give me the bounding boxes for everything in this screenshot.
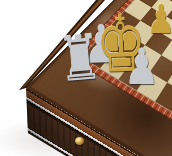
drawer-knob xyxy=(75,137,84,145)
product-photo-stage: ♟♟♚♜♟ xyxy=(0,0,172,156)
